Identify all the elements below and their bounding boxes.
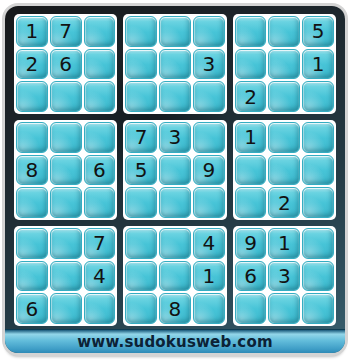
cell-r1c1[interactable]: 1 — [16, 16, 48, 47]
cell-r1c9[interactable]: 5 — [302, 16, 334, 47]
cell-r1c4[interactable] — [125, 16, 157, 47]
cell-r5c9[interactable] — [302, 155, 334, 186]
cell-r3c7[interactable]: 2 — [235, 81, 267, 112]
cell-r5c2[interactable] — [50, 155, 82, 186]
cell-r8c3[interactable]: 4 — [84, 261, 116, 292]
cell-r4c2[interactable] — [50, 122, 82, 153]
cell-r8c6[interactable]: 1 — [193, 261, 225, 292]
cell-r1c6[interactable] — [193, 16, 225, 47]
cell-r2c5[interactable] — [159, 49, 191, 80]
cell-r7c4[interactable] — [125, 228, 157, 259]
box-3: 512 — [233, 14, 336, 114]
cell-r6c8[interactable]: 2 — [268, 187, 300, 218]
cell-r6c2[interactable] — [50, 187, 82, 218]
cell-r6c6[interactable] — [193, 187, 225, 218]
cell-r2c8[interactable] — [268, 49, 300, 80]
cell-r6c5[interactable] — [159, 187, 191, 218]
cell-r1c7[interactable] — [235, 16, 267, 47]
box-2: 3 — [123, 14, 226, 114]
cell-r5c5[interactable] — [159, 155, 191, 186]
sudoku-board: 17263512867359127464189163 — [14, 14, 336, 326]
cell-r5c7[interactable] — [235, 155, 267, 186]
cell-r9c8[interactable] — [268, 293, 300, 324]
cell-r3c9[interactable] — [302, 81, 334, 112]
cell-r8c1[interactable] — [16, 261, 48, 292]
cell-r9c2[interactable] — [50, 293, 82, 324]
cell-r9c4[interactable] — [125, 293, 157, 324]
cell-r9c3[interactable] — [84, 293, 116, 324]
cell-r2c3[interactable] — [84, 49, 116, 80]
cell-r7c7[interactable]: 9 — [235, 228, 267, 259]
cell-r5c3[interactable]: 6 — [84, 155, 116, 186]
cell-r6c7[interactable] — [235, 187, 267, 218]
cell-r7c9[interactable] — [302, 228, 334, 259]
cell-r3c8[interactable] — [268, 81, 300, 112]
cell-r7c6[interactable]: 4 — [193, 228, 225, 259]
cell-r2c1[interactable]: 2 — [16, 49, 48, 80]
box-6: 12 — [233, 120, 336, 220]
cell-r6c9[interactable] — [302, 187, 334, 218]
cell-r7c5[interactable] — [159, 228, 191, 259]
cell-r1c3[interactable] — [84, 16, 116, 47]
cell-r3c1[interactable] — [16, 81, 48, 112]
cell-r2c4[interactable] — [125, 49, 157, 80]
cell-r6c4[interactable] — [125, 187, 157, 218]
cell-r5c8[interactable] — [268, 155, 300, 186]
cell-r9c7[interactable] — [235, 293, 267, 324]
cell-r7c8[interactable]: 1 — [268, 228, 300, 259]
cell-r6c1[interactable] — [16, 187, 48, 218]
footer-url[interactable]: www.sudokusweb.com — [77, 333, 272, 351]
cell-r8c4[interactable] — [125, 261, 157, 292]
cell-r2c7[interactable] — [235, 49, 267, 80]
cell-r9c9[interactable] — [302, 293, 334, 324]
cell-r7c3[interactable]: 7 — [84, 228, 116, 259]
cell-r4c9[interactable] — [302, 122, 334, 153]
cell-r8c5[interactable] — [159, 261, 191, 292]
cell-r4c4[interactable]: 7 — [125, 122, 157, 153]
cell-r7c2[interactable] — [50, 228, 82, 259]
cell-r4c8[interactable] — [268, 122, 300, 153]
cell-r2c6[interactable]: 3 — [193, 49, 225, 80]
cell-r5c1[interactable]: 8 — [16, 155, 48, 186]
box-5: 7359 — [123, 120, 226, 220]
cell-r9c6[interactable] — [193, 293, 225, 324]
cell-r4c3[interactable] — [84, 122, 116, 153]
cell-r8c7[interactable]: 6 — [235, 261, 267, 292]
box-4: 86 — [14, 120, 117, 220]
cell-r6c3[interactable] — [84, 187, 116, 218]
cell-r8c9[interactable] — [302, 261, 334, 292]
cell-r4c6[interactable] — [193, 122, 225, 153]
cell-r4c1[interactable] — [16, 122, 48, 153]
cell-r7c1[interactable] — [16, 228, 48, 259]
cell-r3c6[interactable] — [193, 81, 225, 112]
cell-r1c5[interactable] — [159, 16, 191, 47]
cell-r3c4[interactable] — [125, 81, 157, 112]
footer-band: www.sudokusweb.com — [5, 329, 345, 353]
cell-r9c5[interactable]: 8 — [159, 293, 191, 324]
cell-r2c9[interactable]: 1 — [302, 49, 334, 80]
box-8: 418 — [123, 226, 226, 326]
cell-r8c2[interactable] — [50, 261, 82, 292]
cell-r8c8[interactable]: 3 — [268, 261, 300, 292]
cell-r9c1[interactable]: 6 — [16, 293, 48, 324]
sudoku-frame: 17263512867359127464189163 www.sudokuswe… — [5, 6, 345, 353]
box-7: 746 — [14, 226, 117, 326]
cell-r4c7[interactable]: 1 — [235, 122, 267, 153]
cell-r1c8[interactable] — [268, 16, 300, 47]
cell-r3c3[interactable] — [84, 81, 116, 112]
cell-r4c5[interactable]: 3 — [159, 122, 191, 153]
cell-r3c2[interactable] — [50, 81, 82, 112]
cell-r3c5[interactable] — [159, 81, 191, 112]
cell-r5c6[interactable]: 9 — [193, 155, 225, 186]
cell-r1c2[interactable]: 7 — [50, 16, 82, 47]
box-1: 1726 — [14, 14, 117, 114]
box-9: 9163 — [233, 226, 336, 326]
cell-r2c2[interactable]: 6 — [50, 49, 82, 80]
cell-r5c4[interactable]: 5 — [125, 155, 157, 186]
